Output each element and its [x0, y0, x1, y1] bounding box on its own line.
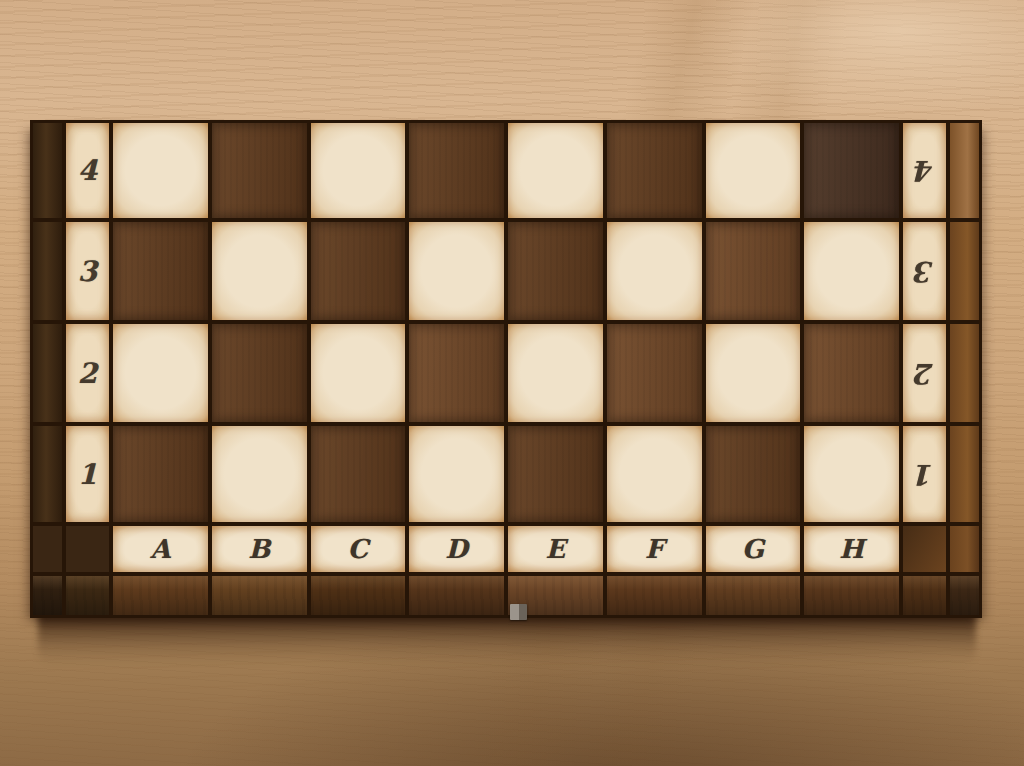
- square-h4[interactable]: [804, 123, 899, 218]
- file-label-text: D: [445, 534, 468, 564]
- file-label-g: G: [706, 526, 801, 572]
- rank-label-text: 1: [78, 458, 97, 491]
- file-label-text: C: [348, 534, 369, 564]
- square-g1[interactable]: [706, 426, 801, 522]
- square-f3[interactable]: [607, 222, 702, 320]
- rank-label-text: 3: [915, 255, 934, 288]
- box-side-panel-10: [903, 576, 946, 615]
- corner-left-outer: [33, 526, 62, 572]
- square-c2[interactable]: [311, 324, 406, 422]
- square-c1[interactable]: [311, 426, 406, 522]
- box-side-panel-11: [950, 576, 979, 615]
- square-c3[interactable]: [311, 222, 406, 320]
- rank-label-left-4: 4: [66, 123, 109, 218]
- box-side-panel-0: [33, 576, 62, 615]
- chess-board: 44332211ABCDEFGH: [30, 120, 982, 618]
- square-d3[interactable]: [409, 222, 504, 320]
- square-a2[interactable]: [113, 324, 208, 422]
- box-side-panel-4: [311, 576, 406, 615]
- square-b4[interactable]: [212, 123, 307, 218]
- square-a4[interactable]: [113, 123, 208, 218]
- box-side-panel-5: [409, 576, 504, 615]
- rank-label-left-3: 3: [66, 222, 109, 320]
- board-edge-right-1: [950, 426, 979, 522]
- file-label-text: B: [248, 534, 270, 564]
- file-label-text: A: [150, 534, 170, 564]
- file-label-a: A: [113, 526, 208, 572]
- board-edge-right-3: [950, 222, 979, 320]
- box-side-panel-1: [66, 576, 109, 615]
- corner-right-outer: [950, 526, 979, 572]
- square-e1[interactable]: [508, 426, 603, 522]
- rank-label-text: 4: [78, 154, 97, 187]
- square-e4[interactable]: [508, 123, 603, 218]
- file-label-f: F: [607, 526, 702, 572]
- square-h2[interactable]: [804, 324, 899, 422]
- box-side-panel-2: [113, 576, 208, 615]
- rank-label-text: 2: [78, 357, 97, 390]
- square-d1[interactable]: [409, 426, 504, 522]
- file-label-h: H: [804, 526, 899, 572]
- rank-label-right-1: 1: [903, 426, 946, 522]
- file-label-text: F: [645, 534, 663, 564]
- square-e3[interactable]: [508, 222, 603, 320]
- rank-label-text: 4: [915, 154, 934, 187]
- square-f4[interactable]: [607, 123, 702, 218]
- square-a1[interactable]: [113, 426, 208, 522]
- square-h3[interactable]: [804, 222, 899, 320]
- corner-left-inner: [66, 526, 109, 572]
- rank-label-left-1: 1: [66, 426, 109, 522]
- square-d4[interactable]: [409, 123, 504, 218]
- rank-label-text: 3: [78, 255, 97, 288]
- board-edge-right-2: [950, 324, 979, 422]
- rank-label-right-4: 4: [903, 123, 946, 218]
- file-label-b: B: [212, 526, 307, 572]
- rank-label-text: 2: [915, 357, 934, 390]
- rank-label-left-2: 2: [66, 324, 109, 422]
- square-a3[interactable]: [113, 222, 208, 320]
- board-edge-right-4: [950, 123, 979, 218]
- box-side-panel-8: [706, 576, 801, 615]
- file-label-text: H: [839, 534, 864, 564]
- square-e2[interactable]: [508, 324, 603, 422]
- square-b3[interactable]: [212, 222, 307, 320]
- square-d2[interactable]: [409, 324, 504, 422]
- board-edge-left-4: [33, 123, 62, 218]
- file-label-d: D: [409, 526, 504, 572]
- rank-label-right-2: 2: [903, 324, 946, 422]
- square-f2[interactable]: [607, 324, 702, 422]
- square-c4[interactable]: [311, 123, 406, 218]
- file-label-e: E: [508, 526, 603, 572]
- board-edge-left-2: [33, 324, 62, 422]
- board-edge-left-3: [33, 222, 62, 320]
- rank-label-right-3: 3: [903, 222, 946, 320]
- square-b2[interactable]: [212, 324, 307, 422]
- square-g2[interactable]: [706, 324, 801, 422]
- box-side-panel-3: [212, 576, 307, 615]
- file-label-text: G: [742, 534, 764, 564]
- file-label-c: C: [311, 526, 406, 572]
- latch-clasp[interactable]: [510, 604, 527, 620]
- square-f1[interactable]: [607, 426, 702, 522]
- file-label-text: E: [545, 534, 565, 564]
- box-side-panel-7: [607, 576, 702, 615]
- corner-right-inner: [903, 526, 946, 572]
- rank-label-text: 1: [915, 458, 934, 491]
- square-g3[interactable]: [706, 222, 801, 320]
- square-b1[interactable]: [212, 426, 307, 522]
- box-side-panel-9: [804, 576, 899, 615]
- board-edge-left-1: [33, 426, 62, 522]
- square-h1[interactable]: [804, 426, 899, 522]
- square-g4[interactable]: [706, 123, 801, 218]
